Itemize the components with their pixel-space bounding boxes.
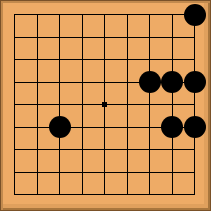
board-square [104,82,127,105]
board-square [127,104,150,127]
board-square [59,172,82,195]
board-square [82,14,105,37]
board-square [82,172,105,195]
board-square [82,104,105,127]
board-square [59,82,82,105]
board-square [104,59,127,82]
board-square [172,37,195,60]
board-square [82,127,105,150]
board-square [37,149,60,172]
black-stone[interactable] [161,116,183,138]
black-stone[interactable] [184,4,206,26]
board-square [14,59,37,82]
board-square [14,82,37,105]
board-square [37,172,60,195]
board-square [82,37,105,60]
board-square [104,104,127,127]
board-square [59,37,82,60]
board-square [127,37,150,60]
black-stone[interactable] [139,71,161,93]
board-square [127,127,150,150]
board-square [14,172,37,195]
board-square [104,127,127,150]
board-square [37,14,60,37]
board-square [59,14,82,37]
board-square [37,59,60,82]
board-square [127,149,150,172]
board-square [127,172,150,195]
board-square [149,37,172,60]
board-square [82,59,105,82]
go-board-grid[interactable] [14,14,195,195]
board-square [149,14,172,37]
board-square [104,172,127,195]
board-square [59,149,82,172]
board-square [14,127,37,150]
board-square [14,104,37,127]
black-stone[interactable] [161,71,183,93]
board-square [149,149,172,172]
board-square [14,149,37,172]
board-square [149,172,172,195]
board-square [104,37,127,60]
board-square [82,82,105,105]
black-stone[interactable] [49,116,71,138]
board-square [82,149,105,172]
board-square [37,82,60,105]
board-square [59,59,82,82]
board-square [104,149,127,172]
board-square [172,149,195,172]
black-stone[interactable] [184,116,206,138]
board-square [127,14,150,37]
board-square [172,172,195,195]
board-square [14,14,37,37]
board-square [14,37,37,60]
board-square [104,14,127,37]
board-square [37,37,60,60]
black-stone[interactable] [184,71,206,93]
go-board [0,0,211,211]
